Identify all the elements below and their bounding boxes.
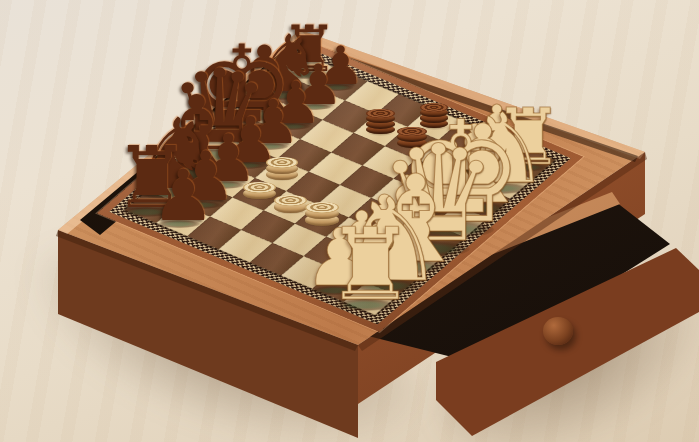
rook-glyph: ♜	[326, 215, 415, 315]
checker-stack-light-d6[interactable]	[266, 157, 297, 179]
pawn-glyph: ♟	[151, 161, 214, 232]
light-checker-disc	[266, 157, 297, 168]
dark-pawn-a7[interactable]: ♟	[148, 161, 219, 232]
checker-stack-light-c6[interactable]	[243, 182, 276, 199]
checker-stack-light-c5[interactable]	[274, 195, 308, 212]
chess-case-photo: ♜♞♝♛♚♝♞♜♟♟♟♟♟♟♟♟♜♞♝♛♚♝♞♜♟♟♟♟♟♟♟♟	[0, 0, 699, 442]
drawer-knob[interactable]	[543, 317, 573, 345]
light-rook-a1[interactable]: ♜	[321, 215, 421, 315]
